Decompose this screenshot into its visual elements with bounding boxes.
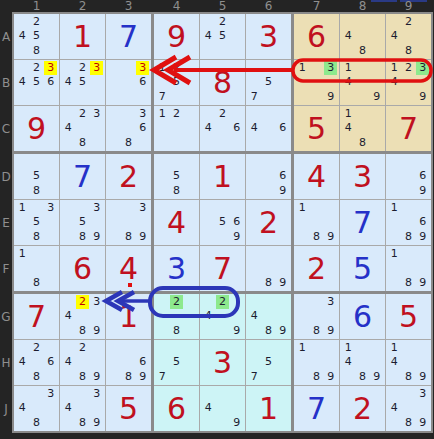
candidate-3: 3 xyxy=(416,61,429,75)
candidate-6: 6 xyxy=(276,169,289,183)
placed-value: 3 xyxy=(200,340,245,385)
candidate-grid: 149 xyxy=(341,61,384,104)
candidate-9: 9 xyxy=(136,230,149,244)
candidate-2: 2 xyxy=(170,295,183,309)
candidate-4: 4 xyxy=(388,401,401,415)
column-label-1: 1 xyxy=(33,0,41,12)
cell-F1[interactable]: 18 xyxy=(14,246,59,291)
cell-B9[interactable]: 12349 xyxy=(386,60,431,105)
cell-J8[interactable]: 2 xyxy=(340,386,385,431)
placed-value: 6 xyxy=(60,246,105,291)
candidate-grid: 3489 xyxy=(387,387,430,430)
candidate-8: 8 xyxy=(310,230,323,244)
placed-value: 3 xyxy=(340,154,385,199)
candidate-grid: 46 xyxy=(247,107,290,150)
candidate-grid: 57 xyxy=(155,341,198,384)
candidate-2: 2 xyxy=(170,107,183,121)
candidate-3: 3 xyxy=(90,295,103,309)
candidate-grid: 348 xyxy=(15,387,58,430)
cell-F5[interactable]: 7 xyxy=(200,246,245,291)
candidate-9: 9 xyxy=(90,370,103,384)
candidate-4: 4 xyxy=(388,75,401,89)
cell-C6[interactable]: 46 xyxy=(246,106,291,151)
candidate-4: 4 xyxy=(202,401,215,415)
placed-value: 1 xyxy=(200,154,245,199)
candidate-grid: 57 xyxy=(247,61,290,104)
candidate-3: 3 xyxy=(136,201,149,215)
candidate-grid: 189 xyxy=(295,201,338,244)
cell-C3[interactable]: 368 xyxy=(106,106,151,151)
row-label-B: B xyxy=(0,77,12,89)
candidate-grid: 3489 xyxy=(61,387,104,430)
cell-C9[interactable]: 7 xyxy=(386,106,431,151)
placed-value: 1 xyxy=(246,386,291,431)
candidate-3: 3 xyxy=(44,61,57,75)
candidate-grid: 1689 xyxy=(387,201,430,244)
candidate-9: 9 xyxy=(90,416,103,430)
candidate-grid: 57 xyxy=(247,341,290,384)
cell-J2[interactable]: 3489 xyxy=(60,386,105,431)
candidate-2: 2 xyxy=(216,295,229,309)
candidate-grid: 23456 xyxy=(15,61,58,104)
candidate-8: 8 xyxy=(402,416,415,430)
cell-C5[interactable]: 246 xyxy=(200,106,245,151)
cell-G3[interactable]: 1 xyxy=(106,294,151,339)
cell-J4[interactable]: 6 xyxy=(154,386,199,431)
placed-value: 2 xyxy=(246,200,291,245)
column-label-6: 6 xyxy=(265,0,273,12)
candidate-9: 9 xyxy=(230,230,243,244)
candidate-5: 5 xyxy=(30,215,43,229)
candidate-grid: 1257 xyxy=(155,61,198,104)
candidate-8: 8 xyxy=(122,136,135,150)
candidate-6: 6 xyxy=(276,121,289,135)
candidate-grid: 58 xyxy=(15,155,58,198)
cell-J3[interactable]: 5 xyxy=(106,386,151,431)
candidate-4: 4 xyxy=(62,401,75,415)
placed-value: 5 xyxy=(340,246,385,291)
candidate-grid: 23489 xyxy=(61,295,104,338)
candidate-grid: 569 xyxy=(201,201,244,244)
candidate-4: 4 xyxy=(388,355,401,369)
cell-C2[interactable]: 2348 xyxy=(60,106,105,151)
candidate-grid: 1358 xyxy=(15,201,58,244)
placed-value: 2 xyxy=(106,154,151,199)
cell-J6[interactable]: 1 xyxy=(246,386,291,431)
candidate-8: 8 xyxy=(76,416,89,430)
candidate-grid: 368 xyxy=(107,107,150,150)
cell-H2[interactable]: 2489 xyxy=(60,340,105,385)
candidate-8: 8 xyxy=(76,230,89,244)
cell-F2[interactable]: 6 xyxy=(60,246,105,291)
cell-A5[interactable]: 245 xyxy=(200,14,245,59)
row-label-C: C xyxy=(0,123,12,135)
candidate-9: 9 xyxy=(230,416,243,430)
candidate-4: 4 xyxy=(248,309,261,323)
candidate-1: 1 xyxy=(16,247,29,261)
candidate-grid: 49 xyxy=(201,387,244,430)
candidate-4: 4 xyxy=(342,121,355,135)
candidate-9: 9 xyxy=(416,230,429,244)
row-label-F: F xyxy=(0,263,12,275)
candidate-8: 8 xyxy=(356,136,369,150)
candidate-1: 1 xyxy=(296,61,309,75)
candidate-1: 1 xyxy=(342,341,355,355)
candidate-grid: 12 xyxy=(155,107,198,150)
column-label-9: 9 xyxy=(405,0,413,12)
row-label-H: H xyxy=(0,357,12,369)
candidate-grid: 18 xyxy=(15,247,58,290)
placed-value: 7 xyxy=(106,14,151,59)
candidate-grid: 36 xyxy=(107,61,150,104)
candidate-8: 8 xyxy=(30,276,43,290)
candidate-6: 6 xyxy=(44,75,57,89)
cell-C7[interactable]: 5 xyxy=(294,106,339,151)
row-label-A: A xyxy=(0,31,12,43)
block-8: 3896518914891489723489 xyxy=(294,294,431,431)
candidate-6: 6 xyxy=(136,355,149,369)
cell-D4[interactable]: 58 xyxy=(154,154,199,199)
candidate-grid: 189 xyxy=(387,247,430,290)
candidate-grid: 69 xyxy=(387,155,430,198)
cell-E7[interactable]: 189 xyxy=(294,200,339,245)
candidate-9: 9 xyxy=(276,324,289,338)
placed-value: 4 xyxy=(106,246,151,291)
cell-B5[interactable]: 8 xyxy=(200,60,245,105)
candidate-5: 5 xyxy=(30,29,43,43)
candidate-4: 4 xyxy=(62,355,75,369)
cell-H1[interactable]: 2468 xyxy=(14,340,59,385)
candidate-2: 2 xyxy=(402,61,415,75)
candidate-grid: 249 xyxy=(201,295,244,338)
candidate-1: 1 xyxy=(342,107,355,121)
placed-value: 1 xyxy=(106,294,151,339)
cell-G2[interactable]: 23489 xyxy=(60,294,105,339)
cell-A1[interactable]: 2458 xyxy=(14,14,59,59)
candidate-grid: 139 xyxy=(295,61,338,104)
block-0: 2458172345623453692348368 xyxy=(14,14,151,151)
cell-F8[interactable]: 5 xyxy=(340,246,385,291)
block-1: 9245312578571224646 xyxy=(154,14,291,151)
candidate-9: 9 xyxy=(416,370,429,384)
candidate-3: 3 xyxy=(90,201,103,215)
candidate-8: 8 xyxy=(30,230,43,244)
cell-D6[interactable]: 69 xyxy=(246,154,291,199)
cell-A7[interactable]: 6 xyxy=(294,14,339,59)
candidate-grid: 28 xyxy=(155,295,198,338)
candidate-9: 9 xyxy=(90,324,103,338)
candidate-grid: 2489 xyxy=(61,341,104,384)
candidate-9: 9 xyxy=(416,416,429,430)
candidate-8: 8 xyxy=(402,370,415,384)
candidate-3: 3 xyxy=(136,107,149,121)
candidate-5: 5 xyxy=(262,355,275,369)
cell-J5[interactable]: 49 xyxy=(200,386,245,431)
cell-D3[interactable]: 2 xyxy=(106,154,151,199)
candidate-6: 6 xyxy=(136,121,149,135)
column-label-4: 4 xyxy=(173,0,181,12)
cell-A2[interactable]: 1 xyxy=(60,14,105,59)
cell-D5[interactable]: 1 xyxy=(200,154,245,199)
candidate-2: 2 xyxy=(30,15,43,29)
candidate-9: 9 xyxy=(416,276,429,290)
cell-B2[interactable]: 2345 xyxy=(60,60,105,105)
candidate-9: 9 xyxy=(276,276,289,290)
cell-E6[interactable]: 2 xyxy=(246,200,291,245)
candidate-8: 8 xyxy=(402,44,415,58)
candidate-5: 5 xyxy=(170,75,183,89)
candidate-5: 5 xyxy=(216,29,229,43)
candidate-8: 8 xyxy=(262,276,275,290)
placed-value: 3 xyxy=(246,14,291,59)
cell-G7[interactable]: 389 xyxy=(294,294,339,339)
cell-A4[interactable]: 9 xyxy=(154,14,199,59)
candidate-4: 4 xyxy=(16,355,29,369)
candidate-2: 2 xyxy=(30,341,43,355)
candidate-8: 8 xyxy=(402,230,415,244)
cell-F6[interactable]: 89 xyxy=(246,246,291,291)
candidate-5: 5 xyxy=(262,75,275,89)
candidate-6: 6 xyxy=(416,215,429,229)
candidate-grid: 2348 xyxy=(61,107,104,150)
candidate-3: 3 xyxy=(416,387,429,401)
cell-A9[interactable]: 248 xyxy=(386,14,431,59)
candidate-8: 8 xyxy=(30,44,43,58)
cell-E1[interactable]: 1358 xyxy=(14,200,59,245)
candidate-8: 8 xyxy=(30,416,43,430)
row-label-J: J xyxy=(0,403,12,415)
placed-value: 9 xyxy=(14,106,59,151)
candidate-7: 7 xyxy=(248,90,261,104)
candidate-4: 4 xyxy=(342,355,355,369)
candidate-grid: 148 xyxy=(341,107,384,150)
placed-value: 7 xyxy=(200,246,245,291)
cell-F4[interactable]: 3 xyxy=(154,246,199,291)
cell-C4[interactable]: 12 xyxy=(154,106,199,151)
cell-H9[interactable]: 1489 xyxy=(386,340,431,385)
candidate-5: 5 xyxy=(76,75,89,89)
candidate-9: 9 xyxy=(324,370,337,384)
candidate-4: 4 xyxy=(202,29,215,43)
placed-value: 2 xyxy=(294,246,339,291)
candidate-4: 4 xyxy=(16,29,29,43)
cell-H7[interactable]: 189 xyxy=(294,340,339,385)
cell-D9[interactable]: 69 xyxy=(386,154,431,199)
cell-H4[interactable]: 57 xyxy=(154,340,199,385)
placed-value: 7 xyxy=(340,200,385,245)
candidate-1: 1 xyxy=(388,201,401,215)
candidate-grid: 489 xyxy=(247,295,290,338)
block-7: 28249489573576491 xyxy=(154,294,291,431)
candidate-9: 9 xyxy=(136,370,149,384)
candidate-6: 6 xyxy=(230,215,243,229)
placed-value: 5 xyxy=(294,106,339,151)
placed-value: 6 xyxy=(154,386,199,431)
cell-G1[interactable]: 7 xyxy=(14,294,59,339)
candidate-8: 8 xyxy=(310,324,323,338)
candidate-7: 7 xyxy=(248,370,261,384)
candidate-9: 9 xyxy=(324,324,337,338)
candidate-grid: 89 xyxy=(247,247,290,290)
candidate-3: 3 xyxy=(324,295,337,309)
placed-value: 9 xyxy=(154,14,199,59)
column-label-8: 8 xyxy=(359,0,367,12)
candidate-2: 2 xyxy=(216,15,229,29)
candidate-9: 9 xyxy=(370,90,383,104)
cell-A3[interactable]: 7 xyxy=(106,14,151,59)
placed-value: 3 xyxy=(154,246,199,291)
cell-E5[interactable]: 569 xyxy=(200,200,245,245)
placed-value: 7 xyxy=(386,106,431,151)
candidate-2: 2 xyxy=(76,295,89,309)
candidate-4: 4 xyxy=(62,121,75,135)
placed-value: 6 xyxy=(340,294,385,339)
candidate-2: 2 xyxy=(170,61,183,75)
cell-B1[interactable]: 23456 xyxy=(14,60,59,105)
cell-G8[interactable]: 6 xyxy=(340,294,385,339)
candidate-4: 4 xyxy=(342,29,355,43)
candidate-5: 5 xyxy=(30,75,43,89)
cell-E4[interactable]: 4 xyxy=(154,200,199,245)
column-label-3: 3 xyxy=(125,0,133,12)
placed-value: 6 xyxy=(294,14,339,59)
candidate-8: 8 xyxy=(30,370,43,384)
candidate-grid: 58 xyxy=(155,155,198,198)
cell-E2[interactable]: 3589 xyxy=(60,200,105,245)
candidate-8: 8 xyxy=(76,324,89,338)
block-2: 6482481391491234951487 xyxy=(294,14,431,151)
candidate-1: 1 xyxy=(16,201,29,215)
block-5: 43691897168925189 xyxy=(294,154,431,291)
cell-G4[interactable]: 28 xyxy=(154,294,199,339)
candidate-8: 8 xyxy=(262,324,275,338)
candidate-grid: 245 xyxy=(201,15,244,58)
cell-J9[interactable]: 3489 xyxy=(386,386,431,431)
candidate-9: 9 xyxy=(90,230,103,244)
cell-J1[interactable]: 348 xyxy=(14,386,59,431)
cell-B7[interactable]: 139 xyxy=(294,60,339,105)
cell-J7[interactable]: 7 xyxy=(294,386,339,431)
candidate-3: 3 xyxy=(90,387,103,401)
candidate-4: 4 xyxy=(388,29,401,43)
cell-C1[interactable]: 9 xyxy=(14,106,59,151)
cell-D8[interactable]: 3 xyxy=(340,154,385,199)
candidate-grid: 2345 xyxy=(61,61,104,104)
cell-E9[interactable]: 1689 xyxy=(386,200,431,245)
cell-A8[interactable]: 48 xyxy=(340,14,385,59)
candidate-3: 3 xyxy=(136,61,149,75)
cell-G9[interactable]: 5 xyxy=(386,294,431,339)
candidate-8: 8 xyxy=(356,370,369,384)
candidate-9: 9 xyxy=(230,324,243,338)
candidate-8: 8 xyxy=(76,370,89,384)
row-label-G: G xyxy=(0,311,12,323)
candidate-8: 8 xyxy=(402,276,415,290)
cell-F3[interactable]: 4 xyxy=(106,246,151,291)
cell-B4[interactable]: 1257 xyxy=(154,60,199,105)
block-4: 58169456923789 xyxy=(154,154,291,291)
cell-B6[interactable]: 57 xyxy=(246,60,291,105)
cell-E8[interactable]: 7 xyxy=(340,200,385,245)
candidate-8: 8 xyxy=(76,136,89,150)
candidate-1: 1 xyxy=(388,341,401,355)
cell-G6[interactable]: 489 xyxy=(246,294,291,339)
row-label-D: D xyxy=(0,171,12,183)
candidate-2: 2 xyxy=(30,61,43,75)
cell-D2[interactable]: 7 xyxy=(60,154,105,199)
cell-G5[interactable]: 249 xyxy=(200,294,245,339)
candidate-grid: 69 xyxy=(247,155,290,198)
candidate-3: 3 xyxy=(44,387,57,401)
sudoku-board: 2458172345623453692348368924531257857122… xyxy=(12,12,433,433)
candidate-9: 9 xyxy=(324,230,337,244)
candidate-8: 8 xyxy=(310,370,323,384)
placed-value: 2 xyxy=(340,386,385,431)
candidate-1: 1 xyxy=(388,247,401,261)
cell-F9[interactable]: 189 xyxy=(386,246,431,291)
toolbar-strip-left xyxy=(371,0,397,2)
cell-H8[interactable]: 1489 xyxy=(340,340,385,385)
cell-B3[interactable]: 36 xyxy=(106,60,151,105)
cell-E3[interactable]: 389 xyxy=(106,200,151,245)
block-6: 72348912468248968934834895 xyxy=(14,294,151,431)
placed-value: 1 xyxy=(60,14,105,59)
cell-H3[interactable]: 689 xyxy=(106,340,151,385)
candidate-1: 1 xyxy=(296,341,309,355)
candidate-4: 4 xyxy=(16,401,29,415)
candidate-7: 7 xyxy=(156,370,169,384)
candidate-4: 4 xyxy=(202,309,215,323)
cell-D1[interactable]: 58 xyxy=(14,154,59,199)
cell-C8[interactable]: 148 xyxy=(340,106,385,151)
candidate-2: 2 xyxy=(216,107,229,121)
candidate-8: 8 xyxy=(170,324,183,338)
candidate-3: 3 xyxy=(90,61,103,75)
candidate-1: 1 xyxy=(156,61,169,75)
cell-H5[interactable]: 3 xyxy=(200,340,245,385)
candidate-4: 4 xyxy=(16,75,29,89)
candidate-5: 5 xyxy=(170,169,183,183)
candidate-4: 4 xyxy=(248,121,261,135)
candidate-6: 6 xyxy=(44,355,57,369)
candidate-8: 8 xyxy=(30,184,43,198)
candidate-grid: 246 xyxy=(201,107,244,150)
candidate-grid: 2458 xyxy=(15,15,58,58)
candidate-grid: 689 xyxy=(107,341,150,384)
candidate-5: 5 xyxy=(30,169,43,183)
candidate-grid: 3589 xyxy=(61,201,104,244)
candidate-grid: 1489 xyxy=(387,341,430,384)
candidate-4: 4 xyxy=(62,75,75,89)
candidate-grid: 389 xyxy=(295,295,338,338)
candidate-3: 3 xyxy=(324,61,337,75)
candidate-7: 7 xyxy=(156,90,169,104)
candidate-9: 9 xyxy=(416,90,429,104)
cell-B8[interactable]: 149 xyxy=(340,60,385,105)
cell-H6[interactable]: 57 xyxy=(246,340,291,385)
candidate-6: 6 xyxy=(416,169,429,183)
candidate-3: 3 xyxy=(90,107,103,121)
candidate-8: 8 xyxy=(122,370,135,384)
cell-A6[interactable]: 3 xyxy=(246,14,291,59)
candidate-3: 3 xyxy=(44,201,57,215)
cell-F7[interactable]: 2 xyxy=(294,246,339,291)
cell-D7[interactable]: 4 xyxy=(294,154,339,199)
block-3: 5872135835893891864 xyxy=(14,154,151,291)
candidate-9: 9 xyxy=(324,90,337,104)
candidate-6: 6 xyxy=(230,121,243,135)
candidate-2: 2 xyxy=(76,61,89,75)
